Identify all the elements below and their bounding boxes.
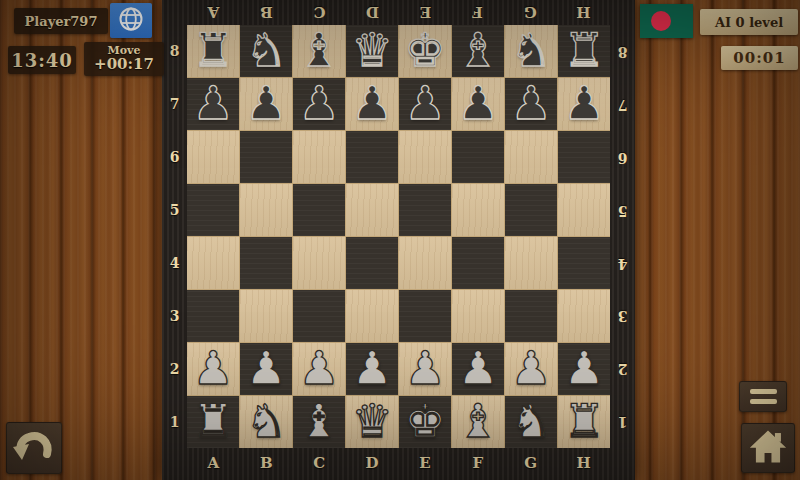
square-h6[interactable] [558,131,610,183]
square-b7[interactable]: ♟ [240,78,292,130]
square-d3[interactable] [346,290,398,342]
square-h8[interactable]: ♜ [558,25,610,77]
globe-icon [117,5,145,37]
piece-white-pawn[interactable]: ♟ [192,345,233,391]
coordinate-label: H [557,448,610,478]
square-d1[interactable]: ♛ [346,396,398,448]
square-d8[interactable]: ♛ [346,25,398,77]
piece-white-pawn[interactable]: ♟ [298,345,339,391]
piece-white-pawn[interactable]: ♟ [245,345,286,391]
piece-white-king[interactable]: ♚ [404,398,445,444]
square-e6[interactable] [399,131,451,183]
file-labels-bottom: ABCDEFGH [187,448,610,478]
coordinate-label: 6 [162,131,187,184]
piece-white-knight[interactable]: ♞ [510,398,551,444]
chess-app-screen: Player797 13:40 Move +00:17 AI 0 level 0… [0,0,800,480]
square-d2[interactable]: ♟ [346,343,398,395]
chess-board: ABCDEFGH ABCDEFGH 87654321 87654321 ♜♞♝♛… [162,0,635,480]
coordinate-label: C [293,0,346,25]
coordinate-label: D [346,448,399,478]
coordinate-label: 6 [610,131,635,184]
undo-button[interactable] [6,422,62,474]
coordinate-label: 8 [162,25,187,78]
piece-white-pawn[interactable]: ♟ [457,345,498,391]
piece-black-pawn[interactable]: ♟ [192,80,233,126]
square-g8[interactable]: ♞ [505,25,557,77]
coordinate-label: 3 [610,289,635,342]
square-b6[interactable] [240,131,292,183]
square-b8[interactable]: ♞ [240,25,292,77]
square-f3[interactable] [452,290,504,342]
coordinate-label: 1 [162,395,187,448]
square-a1[interactable]: ♜ [187,396,239,448]
coordinate-label: 5 [610,184,635,237]
piece-black-pawn[interactable]: ♟ [510,80,551,126]
coordinate-label: B [240,448,293,478]
square-e7[interactable]: ♟ [399,78,451,130]
coordinate-label: G [504,448,557,478]
coordinate-label: 7 [162,78,187,131]
coordinate-label: E [399,0,452,25]
square-g1[interactable]: ♞ [505,396,557,448]
coordinate-label: 4 [162,237,187,290]
square-e1[interactable]: ♚ [399,396,451,448]
piece-black-pawn[interactable]: ♟ [563,80,604,126]
square-e2[interactable]: ♟ [399,343,451,395]
square-e4[interactable] [399,237,451,289]
square-h1[interactable]: ♜ [558,396,610,448]
ai-clock-value: 00:01 [733,49,785,67]
square-g5[interactable] [505,184,557,236]
square-e5[interactable] [399,184,451,236]
square-a7[interactable]: ♟ [187,78,239,130]
move-increment-bar: Move +00:17 [84,42,164,76]
square-f4[interactable] [452,237,504,289]
piece-white-pawn[interactable]: ♟ [404,345,445,391]
coordinate-label: A [187,448,240,478]
piece-black-rook[interactable]: ♜ [192,27,233,73]
square-d7[interactable]: ♟ [346,78,398,130]
ai-level-bar: AI 0 level [700,9,798,35]
square-f8[interactable]: ♝ [452,25,504,77]
coordinate-label: 1 [610,395,635,448]
square-a4[interactable] [187,237,239,289]
square-h5[interactable] [558,184,610,236]
square-g4[interactable] [505,237,557,289]
square-c3[interactable] [293,290,345,342]
square-f1[interactable]: ♝ [452,396,504,448]
square-h2[interactable]: ♟ [558,343,610,395]
ai-clock: 00:01 [721,46,798,70]
piece-black-bishop[interactable]: ♝ [457,27,498,73]
square-e8[interactable]: ♚ [399,25,451,77]
piece-black-king[interactable]: ♚ [404,27,445,73]
square-c4[interactable] [293,237,345,289]
home-button[interactable] [741,423,795,473]
square-a8[interactable]: ♜ [187,25,239,77]
player-name-bar: Player797 [14,8,108,34]
piece-white-bishop[interactable]: ♝ [457,398,498,444]
square-g6[interactable] [505,131,557,183]
coordinate-label: 8 [610,25,635,78]
rank-labels-left: 87654321 [162,25,187,448]
square-a3[interactable] [187,290,239,342]
square-a5[interactable] [187,184,239,236]
ai-level-label: AI 0 level [715,15,783,30]
piece-black-queen[interactable]: ♛ [351,27,392,73]
square-h7[interactable]: ♟ [558,78,610,130]
undo-arrow-icon [12,426,56,470]
menu-icon [750,399,777,404]
square-f2[interactable]: ♟ [452,343,504,395]
square-e3[interactable] [399,290,451,342]
piece-white-rook[interactable]: ♜ [192,398,233,444]
coordinate-label: 2 [610,342,635,395]
rank-labels-right: 87654321 [610,25,635,448]
piece-white-knight[interactable]: ♞ [245,398,286,444]
coordinate-label: 7 [610,78,635,131]
piece-black-pawn[interactable]: ♟ [457,80,498,126]
square-f6[interactable] [452,131,504,183]
square-c2[interactable]: ♟ [293,343,345,395]
piece-black-pawn[interactable]: ♟ [404,80,445,126]
square-d5[interactable] [346,184,398,236]
square-g3[interactable] [505,290,557,342]
piece-white-pawn[interactable]: ♟ [510,345,551,391]
square-b5[interactable] [240,184,292,236]
piece-white-pawn[interactable]: ♟ [563,345,604,391]
square-c5[interactable] [293,184,345,236]
move-increment-value: +00:17 [94,57,154,73]
piece-black-bishop[interactable]: ♝ [298,27,339,73]
file-labels-top: ABCDEFGH [187,0,610,25]
square-c7[interactable]: ♟ [293,78,345,130]
piece-black-pawn[interactable]: ♟ [245,80,286,126]
coordinate-label: 3 [162,289,187,342]
square-c1[interactable]: ♝ [293,396,345,448]
piece-black-pawn[interactable]: ♟ [351,80,392,126]
square-h3[interactable] [558,290,610,342]
menu-button[interactable] [739,381,787,412]
square-f5[interactable] [452,184,504,236]
coordinate-label: G [504,0,557,25]
home-icon [748,427,788,469]
square-d4[interactable] [346,237,398,289]
piece-black-pawn[interactable]: ♟ [298,80,339,126]
coordinate-label: F [451,0,504,25]
piece-white-rook[interactable]: ♜ [563,398,604,444]
board-squares: ♜♞♝♛♚♝♞♜♟♟♟♟♟♟♟♟♟♟♟♟♟♟♟♟♜♞♝♛♚♝♞♜ [187,25,610,448]
menu-icon [750,389,777,394]
square-f7[interactable]: ♟ [452,78,504,130]
piece-white-bishop[interactable]: ♝ [298,398,339,444]
coordinate-label: 5 [162,184,187,237]
globe-button[interactable] [110,3,152,38]
piece-white-pawn[interactable]: ♟ [351,345,392,391]
coordinate-label: E [399,448,452,478]
square-d6[interactable] [346,131,398,183]
square-b4[interactable] [240,237,292,289]
coordinate-label: C [293,448,346,478]
player-clock: 13:40 [8,46,76,74]
square-b2[interactable]: ♟ [240,343,292,395]
piece-white-queen[interactable]: ♛ [351,398,392,444]
square-g7[interactable]: ♟ [505,78,557,130]
bangladesh-flag [640,4,693,38]
player-name: Player797 [25,14,98,29]
piece-black-knight[interactable]: ♞ [245,27,286,73]
square-h4[interactable] [558,237,610,289]
player-clock-value: 13:40 [11,50,73,71]
square-c8[interactable]: ♝ [293,25,345,77]
square-b1[interactable]: ♞ [240,396,292,448]
coordinate-label: 2 [162,342,187,395]
square-c6[interactable] [293,131,345,183]
square-b3[interactable] [240,290,292,342]
coordinate-label: 4 [610,237,635,290]
coordinate-label: D [346,0,399,25]
coordinate-label: H [557,0,610,25]
square-a2[interactable]: ♟ [187,343,239,395]
square-g2[interactable]: ♟ [505,343,557,395]
piece-black-rook[interactable]: ♜ [563,27,604,73]
coordinate-label: F [451,448,504,478]
piece-black-knight[interactable]: ♞ [510,27,551,73]
coordinate-label: A [187,0,240,25]
square-a6[interactable] [187,131,239,183]
flag-circle [651,11,671,31]
coordinate-label: B [240,0,293,25]
